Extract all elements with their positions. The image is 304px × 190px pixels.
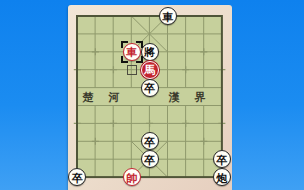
piece-glyph: 炮 bbox=[216, 172, 227, 183]
piece-glyph: 馬 bbox=[144, 65, 155, 76]
piece-black-pawn[interactable]: 卒 bbox=[68, 168, 86, 186]
river-label-jie: 界 bbox=[195, 91, 206, 102]
piece-red-general[interactable]: 帥 bbox=[123, 168, 141, 186]
piece-black-general[interactable]: 將 bbox=[141, 43, 159, 61]
piece-glyph: 卒 bbox=[72, 172, 83, 183]
piece-black-pawn[interactable]: 卒 bbox=[213, 150, 231, 168]
move-origin-marker bbox=[127, 65, 137, 75]
piece-black-pawn[interactable]: 卒 bbox=[141, 132, 159, 150]
river-label-chu: 楚 bbox=[83, 91, 94, 102]
river-label-he: 河 bbox=[109, 91, 120, 102]
piece-glyph: 車 bbox=[162, 11, 173, 22]
piece-black-pawn[interactable]: 卒 bbox=[141, 150, 159, 168]
piece-red-horse[interactable]: 馬 bbox=[141, 61, 159, 79]
piece-glyph: 將 bbox=[144, 47, 155, 58]
piece-glyph: 卒 bbox=[144, 154, 155, 165]
piece-glyph: 帥 bbox=[126, 172, 137, 183]
piece-black-cannon[interactable]: 炮 bbox=[213, 168, 231, 186]
piece-black-chariot[interactable]: 車 bbox=[159, 7, 177, 25]
app-background: 楚 河 漢 界 車 車 將 馬 卒 卒 卒 卒 卒 帥 炮 bbox=[0, 0, 304, 190]
piece-glyph: 卒 bbox=[144, 136, 155, 147]
river-label-han: 漢 bbox=[169, 91, 180, 102]
move-destination-marker bbox=[121, 41, 143, 63]
piece-glyph: 卒 bbox=[144, 83, 155, 94]
piece-glyph: 卒 bbox=[216, 154, 227, 165]
piece-black-pawn[interactable]: 卒 bbox=[141, 79, 159, 97]
